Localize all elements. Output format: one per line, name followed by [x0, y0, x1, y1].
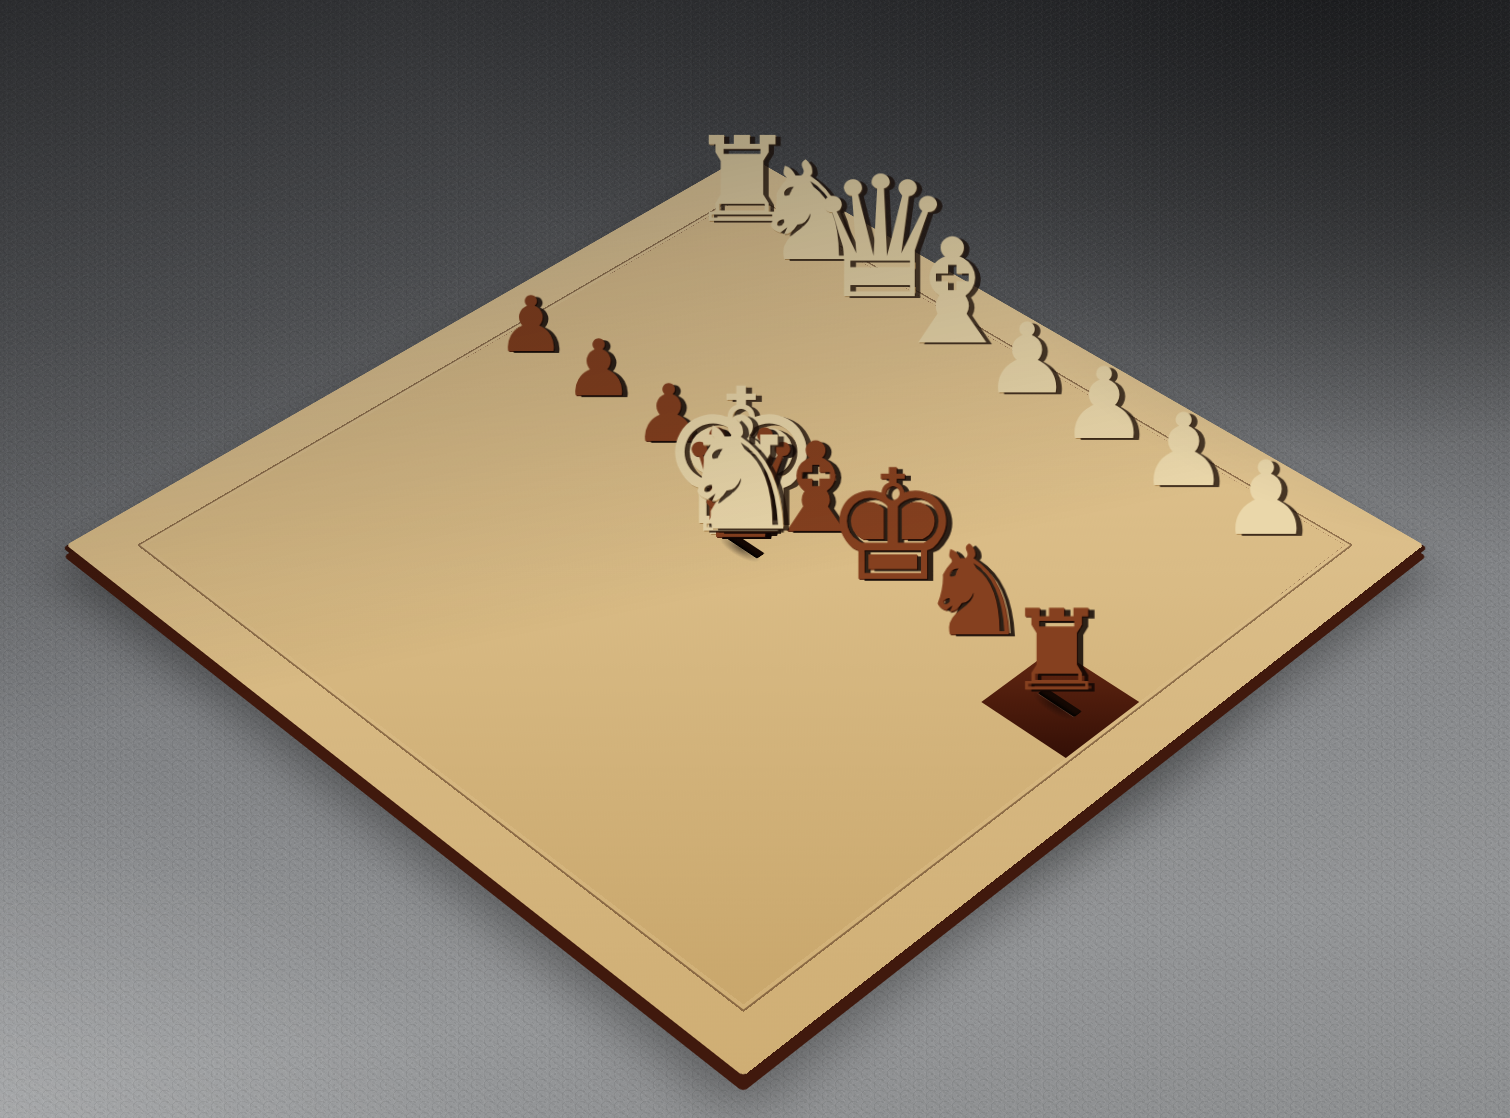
piece-slot [726, 391, 764, 415]
white-pawn: ♟ [983, 313, 1070, 405]
white-pawn: ♟ [1139, 403, 1229, 498]
piece-slot [1019, 484, 1060, 510]
black-rook: ♜ [1006, 599, 1106, 705]
piece-slot [727, 305, 764, 328]
white-pawn: ♟ [1220, 451, 1312, 548]
piece-slot [868, 391, 907, 415]
piece-slot [1098, 532, 1140, 559]
white-pawn: ♟ [1060, 358, 1149, 452]
piece-slot [659, 264, 695, 286]
black-pawn: ♟ [496, 288, 565, 361]
black-pawn: ♟ [564, 331, 634, 405]
black-pawn: ♟ [633, 376, 704, 451]
piece-slot [797, 347, 835, 370]
piece-slot [1180, 582, 1224, 610]
photo-scene: ♜♝♞♚♛♞♝♜♟♟♟♟♟♟♟♟♟♟♟♟♟♟♟♟♜♝♞♚♛♞♝♜ [0, 0, 1510, 1118]
piece-slot [1110, 634, 1154, 663]
